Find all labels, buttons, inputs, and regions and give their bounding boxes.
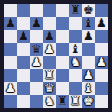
white-knight-icon: ♞ bbox=[44, 95, 55, 108]
square-d2[interactable]: ♛ bbox=[43, 82, 56, 95]
square-b3[interactable] bbox=[17, 69, 30, 82]
square-a1[interactable] bbox=[4, 95, 17, 108]
black-rook-icon: ♜ bbox=[57, 95, 68, 108]
square-b1[interactable] bbox=[17, 95, 30, 108]
chess-board: ♜♚♟♟♝♟♟♟♟♛♟♝♟♞♟♜♟♟♛♝♞♜♜♚ bbox=[4, 4, 108, 108]
white-pawn-icon: ♟ bbox=[5, 82, 16, 95]
square-b6[interactable]: ♟ bbox=[17, 30, 30, 43]
chess-board-frame: ♜♚♟♟♝♟♟♟♟♛♟♝♟♞♟♜♟♟♛♝♞♜♜♚ bbox=[0, 0, 112, 112]
square-f2[interactable] bbox=[69, 82, 82, 95]
square-f5[interactable]: ♝ bbox=[69, 43, 82, 56]
square-e5[interactable] bbox=[56, 43, 69, 56]
square-b8[interactable] bbox=[17, 4, 30, 17]
square-b2[interactable] bbox=[17, 82, 30, 95]
square-b5[interactable] bbox=[17, 43, 30, 56]
black-pawn-icon: ♟ bbox=[18, 30, 29, 43]
white-pawn-icon: ♟ bbox=[96, 56, 107, 69]
square-c1[interactable] bbox=[30, 95, 43, 108]
black-bishop-icon: ♝ bbox=[70, 43, 81, 56]
square-d6[interactable]: ♟ bbox=[43, 30, 56, 43]
square-a6[interactable] bbox=[4, 30, 17, 43]
black-pawn-icon: ♟ bbox=[5, 17, 16, 30]
black-king-icon: ♚ bbox=[83, 4, 94, 17]
white-rook-icon: ♜ bbox=[44, 69, 55, 82]
black-pawn-icon: ♟ bbox=[83, 30, 94, 43]
square-g1[interactable]: ♚ bbox=[82, 95, 95, 108]
square-c2[interactable] bbox=[30, 82, 43, 95]
square-f8[interactable]: ♜ bbox=[69, 4, 82, 17]
square-a8[interactable] bbox=[4, 4, 17, 17]
white-king-icon: ♚ bbox=[83, 95, 94, 108]
black-pawn-icon: ♟ bbox=[44, 30, 55, 43]
square-g8[interactable]: ♚ bbox=[82, 4, 95, 17]
square-e4[interactable] bbox=[56, 56, 69, 69]
square-a7[interactable]: ♟ bbox=[4, 17, 17, 30]
black-queen-icon: ♛ bbox=[31, 43, 42, 56]
square-a3[interactable] bbox=[4, 69, 17, 82]
square-e7[interactable] bbox=[56, 17, 69, 30]
square-h4[interactable]: ♟ bbox=[95, 56, 108, 69]
square-d5[interactable]: ♟ bbox=[43, 43, 56, 56]
square-h2[interactable] bbox=[95, 82, 108, 95]
square-f6[interactable] bbox=[69, 30, 82, 43]
square-a4[interactable] bbox=[4, 56, 17, 69]
square-d4[interactable] bbox=[43, 56, 56, 69]
black-rook-icon: ♜ bbox=[70, 4, 81, 17]
white-knight-icon: ♞ bbox=[70, 56, 81, 69]
square-h6[interactable] bbox=[95, 30, 108, 43]
square-f1[interactable]: ♜ bbox=[69, 95, 82, 108]
white-queen-icon: ♛ bbox=[44, 82, 55, 95]
square-e1[interactable]: ♜ bbox=[56, 95, 69, 108]
square-b4[interactable] bbox=[17, 56, 30, 69]
square-g6[interactable]: ♟ bbox=[82, 30, 95, 43]
square-c3[interactable] bbox=[30, 69, 43, 82]
square-h3[interactable] bbox=[95, 69, 108, 82]
square-d3[interactable]: ♜ bbox=[43, 69, 56, 82]
square-e2[interactable] bbox=[56, 82, 69, 95]
square-f3[interactable] bbox=[69, 69, 82, 82]
square-f4[interactable]: ♞ bbox=[69, 56, 82, 69]
square-b7[interactable] bbox=[17, 17, 30, 30]
square-g5[interactable] bbox=[82, 43, 95, 56]
square-g4[interactable] bbox=[82, 56, 95, 69]
square-c7[interactable]: ♟ bbox=[30, 17, 43, 30]
square-c8[interactable] bbox=[30, 4, 43, 17]
square-c6[interactable] bbox=[30, 30, 43, 43]
square-a5[interactable] bbox=[4, 43, 17, 56]
white-pawn-icon: ♟ bbox=[31, 56, 42, 69]
white-bishop-icon: ♝ bbox=[83, 82, 94, 95]
square-h7[interactable]: ♟ bbox=[95, 17, 108, 30]
square-d1[interactable]: ♞ bbox=[43, 95, 56, 108]
black-pawn-icon: ♟ bbox=[96, 17, 107, 30]
square-e8[interactable] bbox=[56, 4, 69, 17]
square-c4[interactable]: ♟ bbox=[30, 56, 43, 69]
square-d7[interactable] bbox=[43, 17, 56, 30]
black-pawn-icon: ♟ bbox=[31, 17, 42, 30]
square-h8[interactable] bbox=[95, 4, 108, 17]
white-rook-icon: ♜ bbox=[70, 95, 81, 108]
square-g2[interactable]: ♝ bbox=[82, 82, 95, 95]
square-c5[interactable]: ♛ bbox=[30, 43, 43, 56]
square-g7[interactable]: ♝ bbox=[82, 17, 95, 30]
white-pawn-icon: ♟ bbox=[83, 69, 94, 82]
black-bishop-icon: ♝ bbox=[83, 17, 94, 30]
white-pawn-icon: ♟ bbox=[44, 43, 55, 56]
square-d8[interactable] bbox=[43, 4, 56, 17]
square-h5[interactable] bbox=[95, 43, 108, 56]
square-h1[interactable] bbox=[95, 95, 108, 108]
square-e6[interactable] bbox=[56, 30, 69, 43]
square-a2[interactable]: ♟ bbox=[4, 82, 17, 95]
square-g3[interactable]: ♟ bbox=[82, 69, 95, 82]
square-f7[interactable] bbox=[69, 17, 82, 30]
square-e3[interactable] bbox=[56, 69, 69, 82]
